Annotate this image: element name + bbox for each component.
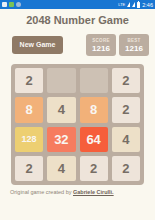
controls-row: New Game SCORE 1216 BEST 1216 [12,34,149,56]
tile-128: 128 [15,127,43,152]
system-notification-icon [16,2,21,7]
empty-cell [47,68,75,93]
message-icon [2,2,7,7]
tile-4: 4 [47,156,75,181]
score-value: 1216 [92,44,110,53]
tile-2: 2 [80,156,108,181]
tile-8: 8 [80,97,108,122]
empty-cell [80,68,108,93]
signal-icon [127,2,130,7]
battery-icon [137,2,140,8]
tile-2: 2 [112,97,140,122]
tile-2: 2 [112,156,140,181]
app-notification-icon [9,2,14,7]
best-box: BEST 1216 [119,34,149,56]
tile-2: 2 [15,156,43,181]
score-box: SCORE 1216 [86,34,116,56]
clock-time: 2:46 [142,2,153,8]
tile-64: 64 [80,127,108,152]
best-value: 1216 [125,44,143,53]
tile-32: 32 [47,127,75,152]
network-type-label: LTE [118,2,125,7]
tile-2: 2 [15,68,43,93]
wifi-icon [132,2,135,7]
tile-4: 4 [47,97,75,122]
credit-link[interactable]: Gabriele Cirulli. [73,189,114,195]
board[interactable]: 228482128326442422 [11,64,144,185]
tile-2: 2 [112,68,140,93]
tile-4: 4 [112,127,140,152]
notification-icons [2,2,21,7]
new-game-button[interactable]: New Game [12,36,63,54]
score-group: SCORE 1216 BEST 1216 [86,34,149,56]
credit-line: Original game created by Gabriele Cirull… [10,189,155,195]
page-title: 2048 Number Game [0,14,155,27]
system-status-icons: LTE 2:46 [118,2,153,8]
credit-text: Original game created by [10,189,73,195]
status-bar: LTE 2:46 [0,0,155,9]
tile-8: 8 [15,97,43,122]
